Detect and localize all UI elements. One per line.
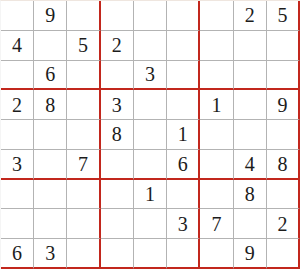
cell-r9c9[interactable] bbox=[267, 239, 300, 269]
cell-r3c7[interactable] bbox=[200, 61, 233, 91]
cell-r4c6[interactable] bbox=[167, 90, 200, 120]
given-digit: 9 bbox=[277, 95, 287, 115]
given-digit: 9 bbox=[45, 5, 55, 25]
cell-r1c9[interactable]: 5 bbox=[267, 1, 300, 31]
given-digit: 1 bbox=[178, 124, 188, 144]
cell-r9c5[interactable] bbox=[134, 239, 167, 269]
cell-r1c3[interactable] bbox=[67, 1, 100, 31]
given-digit: 6 bbox=[45, 64, 55, 84]
given-digit: 2 bbox=[12, 95, 22, 115]
given-digit: 3 bbox=[178, 214, 188, 234]
cell-r8c1[interactable] bbox=[1, 209, 34, 239]
cell-r1c8[interactable]: 2 bbox=[234, 1, 267, 31]
given-digit: 3 bbox=[145, 64, 155, 84]
cell-r2c1[interactable]: 4 bbox=[1, 31, 34, 61]
cell-r2c4[interactable]: 2 bbox=[101, 31, 134, 61]
cell-r5c5[interactable] bbox=[134, 120, 167, 150]
cell-r3c2[interactable]: 6 bbox=[34, 61, 67, 91]
given-digit: 6 bbox=[12, 243, 22, 263]
given-digit: 2 bbox=[112, 35, 122, 55]
cell-r4c7[interactable]: 1 bbox=[200, 90, 233, 120]
cell-r2c5[interactable] bbox=[134, 31, 167, 61]
cell-r4c9[interactable]: 9 bbox=[267, 90, 300, 120]
cell-r5c6[interactable]: 1 bbox=[167, 120, 200, 150]
cell-r9c4[interactable] bbox=[101, 239, 134, 269]
given-digit: 8 bbox=[277, 154, 287, 174]
cell-r2c7[interactable] bbox=[200, 31, 233, 61]
cell-r6c1[interactable]: 3 bbox=[1, 150, 34, 180]
cell-r7c9[interactable] bbox=[267, 180, 300, 210]
cell-r8c5[interactable] bbox=[134, 209, 167, 239]
given-digit: 2 bbox=[245, 5, 255, 25]
cell-r8c9[interactable]: 2 bbox=[267, 209, 300, 239]
cell-r9c8[interactable]: 9 bbox=[234, 239, 267, 269]
cell-r1c2[interactable]: 9 bbox=[34, 1, 67, 31]
cell-r6c6[interactable]: 6 bbox=[167, 150, 200, 180]
cell-r4c5[interactable] bbox=[134, 90, 167, 120]
cell-r7c5[interactable]: 1 bbox=[134, 180, 167, 210]
cell-r8c2[interactable] bbox=[34, 209, 67, 239]
given-digit: 6 bbox=[178, 154, 188, 174]
cell-r7c2[interactable] bbox=[34, 180, 67, 210]
cell-r6c3[interactable]: 7 bbox=[67, 150, 100, 180]
cell-r5c4[interactable]: 8 bbox=[101, 120, 134, 150]
cell-r1c4[interactable] bbox=[101, 1, 134, 31]
cell-r8c8[interactable] bbox=[234, 209, 267, 239]
cell-r6c8[interactable]: 4 bbox=[234, 150, 267, 180]
given-digit: 7 bbox=[78, 154, 88, 174]
cell-r6c2[interactable] bbox=[34, 150, 67, 180]
cell-r4c4[interactable]: 3 bbox=[101, 90, 134, 120]
cell-r4c2[interactable]: 8 bbox=[34, 90, 67, 120]
given-digit: 4 bbox=[245, 154, 255, 174]
given-digit: 3 bbox=[45, 243, 55, 263]
cell-r2c6[interactable] bbox=[167, 31, 200, 61]
cell-r5c1[interactable] bbox=[1, 120, 34, 150]
cell-r7c4[interactable] bbox=[101, 180, 134, 210]
cell-r3c9[interactable] bbox=[267, 61, 300, 91]
cell-r6c5[interactable] bbox=[134, 150, 167, 180]
given-digit: 3 bbox=[12, 154, 22, 174]
cell-r2c2[interactable] bbox=[34, 31, 67, 61]
cell-r7c7[interactable] bbox=[200, 180, 233, 210]
given-digit: 5 bbox=[78, 35, 88, 55]
cell-r2c3[interactable]: 5 bbox=[67, 31, 100, 61]
cell-r2c8[interactable] bbox=[234, 31, 267, 61]
cell-r5c3[interactable] bbox=[67, 120, 100, 150]
given-digit: 1 bbox=[145, 184, 155, 204]
cell-r9c2[interactable]: 3 bbox=[34, 239, 67, 269]
given-digit: 8 bbox=[45, 95, 55, 115]
cell-r6c7[interactable] bbox=[200, 150, 233, 180]
cell-r7c1[interactable] bbox=[1, 180, 34, 210]
given-digit: 5 bbox=[277, 5, 287, 25]
given-digit: 2 bbox=[277, 214, 287, 234]
cell-r6c4[interactable] bbox=[101, 150, 134, 180]
cell-r6c9[interactable]: 8 bbox=[267, 150, 300, 180]
given-digit: 4 bbox=[12, 35, 22, 55]
given-digit: 7 bbox=[211, 214, 221, 234]
cell-r1c5[interactable] bbox=[134, 1, 167, 31]
cell-r3c4[interactable] bbox=[101, 61, 134, 91]
cell-r8c7[interactable]: 7 bbox=[200, 209, 233, 239]
cell-r3c5[interactable]: 3 bbox=[134, 61, 167, 91]
cell-r3c8[interactable] bbox=[234, 61, 267, 91]
given-digit: 9 bbox=[245, 243, 255, 263]
cell-r3c1[interactable] bbox=[1, 61, 34, 91]
given-digit: 8 bbox=[245, 184, 255, 204]
cell-r8c3[interactable] bbox=[67, 209, 100, 239]
cell-r9c6[interactable] bbox=[167, 239, 200, 269]
cell-r8c4[interactable] bbox=[101, 209, 134, 239]
cell-r1c6[interactable] bbox=[167, 1, 200, 31]
given-digit: 8 bbox=[112, 124, 122, 144]
sudoku-board: 9254526328319813764818372639 bbox=[0, 0, 300, 269]
cell-r2c9[interactable] bbox=[267, 31, 300, 61]
cell-r5c2[interactable] bbox=[34, 120, 67, 150]
cell-r5c8[interactable] bbox=[234, 120, 267, 150]
cell-r8c6[interactable]: 3 bbox=[167, 209, 200, 239]
cell-r1c7[interactable] bbox=[200, 1, 233, 31]
cell-r4c3[interactable] bbox=[67, 90, 100, 120]
given-digit: 1 bbox=[211, 95, 221, 115]
cell-r9c1[interactable]: 6 bbox=[1, 239, 34, 269]
cell-r3c3[interactable] bbox=[67, 61, 100, 91]
cell-r1c1[interactable] bbox=[1, 1, 34, 31]
cell-r5c9[interactable] bbox=[267, 120, 300, 150]
cell-r4c8[interactable] bbox=[234, 90, 267, 120]
cell-r7c3[interactable] bbox=[67, 180, 100, 210]
cell-r9c3[interactable] bbox=[67, 239, 100, 269]
cell-r9c7[interactable] bbox=[200, 239, 233, 269]
cell-r7c6[interactable] bbox=[167, 180, 200, 210]
cell-r7c8[interactable]: 8 bbox=[234, 180, 267, 210]
cell-r4c1[interactable]: 2 bbox=[1, 90, 34, 120]
cell-r3c6[interactable] bbox=[167, 61, 200, 91]
cell-r5c7[interactable] bbox=[200, 120, 233, 150]
given-digit: 3 bbox=[112, 95, 122, 115]
